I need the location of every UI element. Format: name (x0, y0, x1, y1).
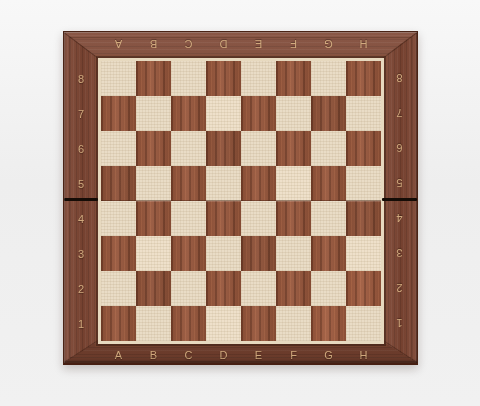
rank-label-left-2: 2 (64, 271, 98, 306)
square-d8[interactable] (206, 61, 241, 96)
square-d2[interactable] (206, 271, 241, 306)
rank-label-right-5: 5 (382, 166, 417, 201)
square-a1[interactable] (101, 306, 136, 341)
file-label-top-e: E (241, 32, 276, 57)
rank-label-right-2: 2 (382, 271, 417, 306)
square-g2[interactable] (311, 271, 346, 306)
square-g1[interactable] (311, 306, 346, 341)
rank-label-left-7: 7 (64, 96, 98, 131)
file-label-bottom-g: G (311, 343, 346, 366)
square-h1[interactable] (346, 306, 381, 341)
square-a7[interactable] (101, 96, 136, 131)
square-f4[interactable] (276, 201, 311, 236)
square-f3[interactable] (276, 236, 311, 271)
square-c1[interactable] (171, 306, 206, 341)
rank-labels-left: 87654321 (64, 61, 98, 341)
square-f6[interactable] (276, 131, 311, 166)
rank-label-right-3: 3 (382, 236, 417, 271)
square-b1[interactable] (136, 306, 171, 341)
square-d3[interactable] (206, 236, 241, 271)
inner-maple-border (98, 58, 384, 344)
square-e6[interactable] (241, 131, 276, 166)
rank-label-right-6: 6 (382, 131, 417, 166)
square-g7[interactable] (311, 96, 346, 131)
square-c7[interactable] (171, 96, 206, 131)
file-label-top-d: D (206, 32, 241, 57)
square-h5[interactable] (346, 166, 381, 201)
square-h6[interactable] (346, 131, 381, 166)
file-label-top-h: H (346, 32, 381, 57)
square-g3[interactable] (311, 236, 346, 271)
square-h8[interactable] (346, 61, 381, 96)
hinge-fold-seam (101, 200, 381, 201)
file-label-bottom-e: E (241, 343, 276, 366)
rank-label-left-6: 6 (64, 131, 98, 166)
square-e8[interactable] (241, 61, 276, 96)
file-label-bottom-f: F (276, 343, 311, 366)
file-label-bottom-a: A (101, 343, 136, 366)
square-e2[interactable] (241, 271, 276, 306)
square-b2[interactable] (136, 271, 171, 306)
square-h4[interactable] (346, 201, 381, 236)
square-f7[interactable] (276, 96, 311, 131)
square-f1[interactable] (276, 306, 311, 341)
square-f8[interactable] (276, 61, 311, 96)
square-g6[interactable] (311, 131, 346, 166)
square-d5[interactable] (206, 166, 241, 201)
square-a4[interactable] (101, 201, 136, 236)
square-d7[interactable] (206, 96, 241, 131)
square-a3[interactable] (101, 236, 136, 271)
square-b8[interactable] (136, 61, 171, 96)
square-c5[interactable] (171, 166, 206, 201)
rank-labels-right: 87654321 (382, 61, 417, 341)
square-e3[interactable] (241, 236, 276, 271)
square-g8[interactable] (311, 61, 346, 96)
product-photo-background: ABCDEFGH ABCDEFGH 87654321 87654321 (0, 0, 480, 406)
rank-label-left-1: 1 (64, 306, 98, 341)
file-label-top-f: F (276, 32, 311, 57)
file-label-bottom-d: D (206, 343, 241, 366)
file-labels-bottom: ABCDEFGH (101, 343, 381, 366)
square-c6[interactable] (171, 131, 206, 166)
rank-label-left-4: 4 (64, 201, 98, 236)
rank-label-left-5: 5 (64, 166, 98, 201)
rank-label-right-8: 8 (382, 61, 417, 96)
rank-label-right-1: 1 (382, 306, 417, 341)
square-b5[interactable] (136, 166, 171, 201)
rank-label-left-3: 3 (64, 236, 98, 271)
square-g5[interactable] (311, 166, 346, 201)
square-f2[interactable] (276, 271, 311, 306)
squares-grid (101, 61, 381, 341)
square-a5[interactable] (101, 166, 136, 201)
file-label-top-c: C (171, 32, 206, 57)
square-e5[interactable] (241, 166, 276, 201)
square-g4[interactable] (311, 201, 346, 236)
file-label-top-a: A (101, 32, 136, 57)
rank-label-right-7: 7 (382, 96, 417, 131)
chess-board: ABCDEFGH ABCDEFGH 87654321 87654321 (63, 31, 418, 365)
file-label-bottom-b: B (136, 343, 171, 366)
square-c4[interactable] (171, 201, 206, 236)
square-b7[interactable] (136, 96, 171, 131)
square-e7[interactable] (241, 96, 276, 131)
square-h3[interactable] (346, 236, 381, 271)
square-a8[interactable] (101, 61, 136, 96)
hinge-fold-notch-left (64, 198, 98, 201)
square-h2[interactable] (346, 271, 381, 306)
file-label-bottom-c: C (171, 343, 206, 366)
square-b3[interactable] (136, 236, 171, 271)
hinge-fold-notch-right (382, 198, 417, 201)
rank-label-left-8: 8 (64, 61, 98, 96)
square-h7[interactable] (346, 96, 381, 131)
square-c2[interactable] (171, 271, 206, 306)
square-c3[interactable] (171, 236, 206, 271)
file-label-bottom-h: H (346, 343, 381, 366)
square-a6[interactable] (101, 131, 136, 166)
square-e4[interactable] (241, 201, 276, 236)
square-b6[interactable] (136, 131, 171, 166)
square-d4[interactable] (206, 201, 241, 236)
file-label-top-g: G (311, 32, 346, 57)
file-label-top-b: B (136, 32, 171, 57)
square-f5[interactable] (276, 166, 311, 201)
rank-label-right-4: 4 (382, 201, 417, 236)
square-d6[interactable] (206, 131, 241, 166)
square-c8[interactable] (171, 61, 206, 96)
square-d1[interactable] (206, 306, 241, 341)
square-b4[interactable] (136, 201, 171, 236)
file-labels-top: ABCDEFGH (101, 32, 381, 57)
square-e1[interactable] (241, 306, 276, 341)
square-a2[interactable] (101, 271, 136, 306)
